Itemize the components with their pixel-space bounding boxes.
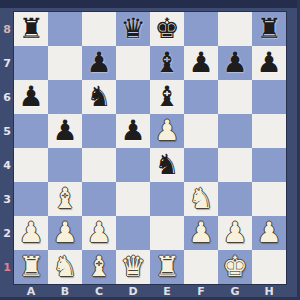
white-king: ♚ xyxy=(222,250,247,284)
rank-label-7: 7 xyxy=(0,46,14,80)
square-c5[interactable] xyxy=(82,114,116,148)
square-a3[interactable] xyxy=(14,182,48,216)
square-b3[interactable]: ♝ xyxy=(48,182,82,216)
square-e4[interactable]: ♞ xyxy=(150,148,184,182)
file-labels: ABCDEFGH xyxy=(14,284,286,298)
square-e8[interactable]: ♚ xyxy=(150,12,184,46)
square-a2[interactable]: ♟ xyxy=(14,216,48,250)
black-pawn: ♟ xyxy=(52,114,77,148)
square-b7[interactable] xyxy=(48,46,82,80)
white-pawn: ♟ xyxy=(86,216,111,250)
white-pawn: ♟ xyxy=(154,114,179,148)
square-g4[interactable] xyxy=(218,148,252,182)
white-pawn: ♟ xyxy=(52,216,77,250)
square-c4[interactable] xyxy=(82,148,116,182)
square-d3[interactable] xyxy=(116,182,150,216)
square-b6[interactable] xyxy=(48,80,82,114)
square-f7[interactable]: ♟ xyxy=(184,46,218,80)
square-d2[interactable] xyxy=(116,216,150,250)
square-d8[interactable]: ♛ xyxy=(116,12,150,46)
white-rook: ♜ xyxy=(18,250,43,284)
square-c7[interactable]: ♟ xyxy=(82,46,116,80)
white-pawn: ♟ xyxy=(188,216,213,250)
white-rook: ♜ xyxy=(154,250,179,284)
white-bishop: ♝ xyxy=(86,250,111,284)
black-bishop: ♝ xyxy=(154,46,179,80)
square-b8[interactable] xyxy=(48,12,82,46)
square-a7[interactable] xyxy=(14,46,48,80)
black-knight: ♞ xyxy=(154,148,179,182)
square-f3[interactable]: ♞ xyxy=(184,182,218,216)
square-d4[interactable] xyxy=(116,148,150,182)
file-label-e: E xyxy=(150,284,184,298)
square-e1[interactable]: ♜ xyxy=(150,250,184,284)
square-f1[interactable] xyxy=(184,250,218,284)
square-b5[interactable]: ♟ xyxy=(48,114,82,148)
square-f6[interactable] xyxy=(184,80,218,114)
black-bishop: ♝ xyxy=(154,80,179,114)
rank-label-8: 8 xyxy=(0,12,14,46)
square-d5[interactable]: ♟ xyxy=(116,114,150,148)
rank-labels: 87654321 xyxy=(0,12,14,284)
square-b4[interactable] xyxy=(48,148,82,182)
square-h8[interactable]: ♜ xyxy=(252,12,286,46)
square-h7[interactable]: ♟ xyxy=(252,46,286,80)
square-e6[interactable]: ♝ xyxy=(150,80,184,114)
black-king: ♚ xyxy=(154,12,179,46)
square-d6[interactable] xyxy=(116,80,150,114)
white-knight: ♞ xyxy=(188,182,213,216)
square-g5[interactable] xyxy=(218,114,252,148)
square-g1[interactable]: ♚ xyxy=(218,250,252,284)
chess-diagram-frame: 87654321 ♜♛♚♜♟♝♟♟♟♟♞♝♟♟♟♞♝♞♟♟♟♟♟♟♜♞♝♛♜♚ … xyxy=(0,0,300,300)
white-queen: ♛ xyxy=(120,250,145,284)
square-g3[interactable] xyxy=(218,182,252,216)
black-pawn: ♟ xyxy=(256,46,281,80)
black-pawn: ♟ xyxy=(188,46,213,80)
rank-label-2: 2 xyxy=(0,216,14,250)
rank-label-5: 5 xyxy=(0,114,14,148)
square-e7[interactable]: ♝ xyxy=(150,46,184,80)
black-rook: ♜ xyxy=(256,12,281,46)
rank-label-1: 1 xyxy=(0,250,14,284)
file-label-c: C xyxy=(82,284,116,298)
square-h5[interactable] xyxy=(252,114,286,148)
square-c2[interactable]: ♟ xyxy=(82,216,116,250)
square-a5[interactable] xyxy=(14,114,48,148)
frame-top-band xyxy=(0,0,300,8)
rank-label-6: 6 xyxy=(0,80,14,114)
square-g7[interactable]: ♟ xyxy=(218,46,252,80)
square-h2[interactable]: ♟ xyxy=(252,216,286,250)
square-a1[interactable]: ♜ xyxy=(14,250,48,284)
black-pawn: ♟ xyxy=(222,46,247,80)
square-c8[interactable] xyxy=(82,12,116,46)
white-pawn: ♟ xyxy=(18,216,43,250)
white-pawn: ♟ xyxy=(222,216,247,250)
square-a4[interactable] xyxy=(14,148,48,182)
square-h3[interactable] xyxy=(252,182,286,216)
chess-board: ♜♛♚♜♟♝♟♟♟♟♞♝♟♟♟♞♝♞♟♟♟♟♟♟♜♞♝♛♜♚ xyxy=(14,12,286,284)
file-label-a: A xyxy=(14,284,48,298)
white-knight: ♞ xyxy=(52,250,77,284)
square-h1[interactable] xyxy=(252,250,286,284)
square-f8[interactable] xyxy=(184,12,218,46)
white-pawn: ♟ xyxy=(256,216,281,250)
square-h4[interactable] xyxy=(252,148,286,182)
file-label-f: F xyxy=(184,284,218,298)
square-e2[interactable] xyxy=(150,216,184,250)
square-b1[interactable]: ♞ xyxy=(48,250,82,284)
square-b2[interactable]: ♟ xyxy=(48,216,82,250)
square-g6[interactable] xyxy=(218,80,252,114)
square-a8[interactable]: ♜ xyxy=(14,12,48,46)
file-label-d: D xyxy=(116,284,150,298)
square-f5[interactable] xyxy=(184,114,218,148)
black-rook: ♜ xyxy=(18,12,43,46)
square-g2[interactable]: ♟ xyxy=(218,216,252,250)
square-d7[interactable] xyxy=(116,46,150,80)
black-pawn: ♟ xyxy=(120,114,145,148)
rank-label-4: 4 xyxy=(0,148,14,182)
file-label-b: B xyxy=(48,284,82,298)
black-queen: ♛ xyxy=(120,12,145,46)
black-pawn: ♟ xyxy=(86,46,111,80)
square-c1[interactable]: ♝ xyxy=(82,250,116,284)
file-label-g: G xyxy=(218,284,252,298)
square-e3[interactable] xyxy=(150,182,184,216)
white-bishop: ♝ xyxy=(52,182,77,216)
square-f2[interactable]: ♟ xyxy=(184,216,218,250)
rank-label-3: 3 xyxy=(0,182,14,216)
frame-right-edge xyxy=(297,0,300,300)
square-c3[interactable] xyxy=(82,182,116,216)
square-e5[interactable]: ♟ xyxy=(150,114,184,148)
square-g8[interactable] xyxy=(218,12,252,46)
black-pawn: ♟ xyxy=(18,80,43,114)
square-a6[interactable]: ♟ xyxy=(14,80,48,114)
square-h6[interactable] xyxy=(252,80,286,114)
square-c6[interactable]: ♞ xyxy=(82,80,116,114)
file-label-h: H xyxy=(252,284,286,298)
black-knight: ♞ xyxy=(86,80,111,114)
square-f4[interactable] xyxy=(184,148,218,182)
square-d1[interactable]: ♛ xyxy=(116,250,150,284)
